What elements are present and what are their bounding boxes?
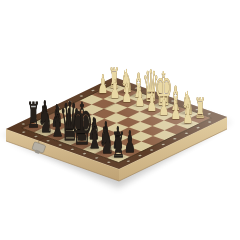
- chess-board: [0, 0, 240, 240]
- chess-set-photo: ♜♞♝♛♚♝♞♜♟♟♟♟♟♟♟♟♟♟♟♟♟♟♟♟♜♞♝♛♚♝♞♜: [0, 0, 240, 240]
- board-surface: [6, 77, 227, 169]
- lighting-overlay: [6, 77, 227, 169]
